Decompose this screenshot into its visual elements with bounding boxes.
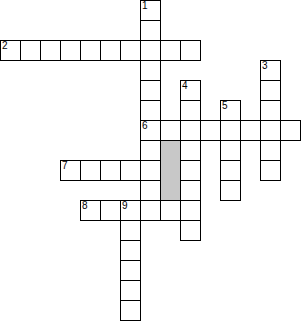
cell-r6c11[interactable]	[220, 120, 241, 141]
cell-r5c11[interactable]	[220, 100, 241, 121]
cell-r8c9[interactable]	[180, 160, 201, 181]
cell-r10c7[interactable]	[140, 200, 161, 221]
cell-r9c11[interactable]	[220, 180, 241, 201]
cell-r2c9[interactable]	[180, 40, 201, 61]
cell-r7c7[interactable]	[140, 140, 161, 161]
cell-r8c5[interactable]	[100, 160, 121, 181]
cell-r4c7[interactable]	[140, 80, 161, 101]
cell-r6c7[interactable]	[140, 120, 161, 141]
cell-r6c10[interactable]	[200, 120, 221, 141]
cell-r5c13[interactable]	[260, 100, 281, 121]
cell-r8c4[interactable]	[80, 160, 101, 181]
cell-r2c7[interactable]	[140, 40, 161, 61]
cell-r3c13[interactable]	[260, 60, 281, 81]
cell-r3c7[interactable]	[140, 60, 161, 81]
cell-r2c6[interactable]	[120, 40, 141, 61]
cell-r7c13[interactable]	[260, 140, 281, 161]
cell-r8c11[interactable]	[220, 160, 241, 181]
cell-r9c9[interactable]	[180, 180, 201, 201]
cell-r1c7[interactable]	[140, 20, 161, 41]
cell-r2c5[interactable]	[100, 40, 121, 61]
cell-r8c6[interactable]	[120, 160, 141, 181]
cell-r10c9[interactable]	[180, 200, 201, 221]
cell-r2c8[interactable]	[160, 40, 181, 61]
cell-r4c13[interactable]	[260, 80, 281, 101]
cell-r2c1[interactable]	[20, 40, 41, 61]
cell-r10c6[interactable]	[120, 200, 141, 221]
cell-r8c7[interactable]	[140, 160, 161, 181]
cell-r13c6[interactable]	[120, 260, 141, 281]
cell-r2c4[interactable]	[80, 40, 101, 61]
cell-r7c11[interactable]	[220, 140, 241, 161]
cell-r8c13[interactable]	[260, 160, 281, 181]
cell-r2c0[interactable]	[0, 40, 21, 61]
cell-r6c12[interactable]	[240, 120, 261, 141]
cell-r15c6[interactable]	[120, 300, 141, 321]
cell-r11c6[interactable]	[120, 220, 141, 241]
cell-r5c7[interactable]	[140, 100, 161, 121]
cell-r6c8[interactable]	[160, 120, 181, 141]
cell-r7c9[interactable]	[180, 140, 201, 161]
crossword-board: 123456789	[0, 0, 301, 321]
cell-r11c9[interactable]	[180, 220, 201, 241]
cell-r9c7[interactable]	[140, 180, 161, 201]
cell-r6c14[interactable]	[280, 120, 301, 141]
cell-r2c2[interactable]	[40, 40, 61, 61]
cell-r5c9[interactable]	[180, 100, 201, 121]
cell-r14c6[interactable]	[120, 280, 141, 301]
selected-word-highlight[interactable]	[160, 140, 181, 201]
cell-r0c7[interactable]	[140, 0, 161, 21]
cell-r10c5[interactable]	[100, 200, 121, 221]
cell-r10c8[interactable]	[160, 200, 181, 221]
cell-r6c9[interactable]	[180, 120, 201, 141]
cell-r2c3[interactable]	[60, 40, 81, 61]
cell-r10c4[interactable]	[80, 200, 101, 221]
cell-r4c9[interactable]	[180, 80, 201, 101]
cell-r12c6[interactable]	[120, 240, 141, 261]
cell-r8c3[interactable]	[60, 160, 81, 181]
cell-r6c13[interactable]	[260, 120, 281, 141]
